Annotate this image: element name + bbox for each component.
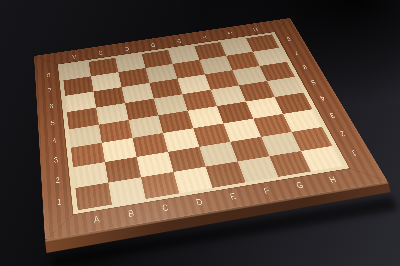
file-label-top-d: D (150, 42, 156, 48)
file-label-bottom-c: C (161, 203, 169, 213)
file-label-top-g: G (227, 31, 234, 37)
rank-label-right-4: 4 (319, 95, 326, 102)
scene: AABBCCDDEEFFGGHH8877665544332211 (0, 0, 400, 266)
file-label-top-b: B (98, 50, 103, 56)
rank-label-left-6: 6 (49, 103, 53, 110)
rank-label-right-8: 8 (286, 36, 292, 42)
rank-label-right-7: 7 (293, 50, 300, 56)
rank-label-left-2: 2 (55, 176, 60, 185)
rank-label-right-3: 3 (329, 112, 337, 119)
file-label-bottom-f: F (262, 186, 270, 195)
rank-label-left-5: 5 (51, 119, 55, 126)
file-label-bottom-b: B (128, 209, 135, 219)
file-label-bottom-h: H (328, 175, 338, 184)
rank-label-left-8: 8 (47, 72, 51, 78)
file-label-top-a: A (72, 54, 77, 60)
rank-label-left-7: 7 (48, 87, 52, 93)
rank-label-left-1: 1 (57, 197, 62, 206)
rank-label-right-1: 1 (350, 149, 358, 157)
file-label-bottom-e: E (229, 192, 237, 201)
rank-label-left-3: 3 (54, 156, 59, 164)
file-label-top-e: E (176, 38, 182, 44)
file-label-bottom-g: G (295, 180, 305, 189)
file-label-top-f: F (202, 35, 208, 40)
file-label-bottom-d: D (195, 197, 203, 207)
file-label-bottom-a: A (93, 214, 100, 224)
rank-label-left-4: 4 (52, 137, 57, 145)
file-label-top-h: H (252, 27, 259, 32)
rank-label-right-6: 6 (301, 64, 308, 70)
file-label-top-c: C (124, 46, 130, 52)
rank-label-right-5: 5 (310, 79, 317, 86)
rank-label-right-2: 2 (339, 130, 347, 138)
